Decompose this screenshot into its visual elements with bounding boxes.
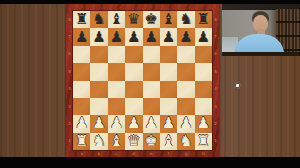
piece-white-rook: ♜ (197, 133, 210, 148)
square-h4[interactable] (195, 81, 212, 98)
coordinate-label: 6 (67, 46, 72, 63)
square-h2[interactable]: ♟ (195, 115, 212, 132)
square-c8[interactable]: ♝ (108, 11, 125, 28)
square-c7[interactable]: ♟ (108, 28, 125, 45)
letterbox-top (0, 0, 300, 4)
square-h6[interactable] (195, 46, 212, 63)
square-b1[interactable]: ♞ (90, 133, 107, 150)
piece-white-pawn: ♟ (127, 116, 140, 131)
coordinate-label: g (177, 151, 194, 156)
chess-board-frame: 87654321 87654321 abcdefgh ♜♞♝♛♚♝♞♜♟♟♟♟♟… (66, 4, 219, 157)
piece-white-bishop: ♝ (162, 133, 175, 148)
square-f7[interactable]: ♟ (160, 28, 177, 45)
webcam-desk-edge (222, 52, 300, 56)
square-a1[interactable]: ♜ (73, 133, 90, 150)
coordinate-label: f (160, 151, 177, 156)
video-frame: 87654321 87654321 abcdefgh ♜♞♝♛♚♝♞♜♟♟♟♟♟… (0, 0, 300, 168)
chess-board[interactable]: ♜♞♝♛♚♝♞♜♟♟♟♟♟♟♟♟♟♟♟♟♟♟♟♟♜♞♝♛♚♝♞♜ (73, 11, 212, 150)
piece-black-pawn: ♟ (179, 29, 192, 44)
piece-black-bishop: ♝ (162, 12, 175, 27)
piece-white-pawn: ♟ (162, 116, 175, 131)
square-b2[interactable]: ♟ (90, 115, 107, 132)
square-b8[interactable]: ♞ (90, 11, 107, 28)
coordinate-label: 3 (67, 98, 72, 115)
letterbox-bottom (0, 157, 300, 168)
square-d5[interactable] (125, 63, 142, 80)
square-f1[interactable]: ♝ (160, 133, 177, 150)
square-d7[interactable]: ♟ (125, 28, 142, 45)
square-a2[interactable]: ♟ (73, 115, 90, 132)
coordinate-label: 8 (213, 11, 218, 28)
square-h5[interactable] (195, 63, 212, 80)
piece-white-rook: ♜ (75, 133, 88, 148)
square-d4[interactable] (125, 81, 142, 98)
piece-white-queen: ♛ (127, 133, 140, 148)
piece-black-pawn: ♟ (92, 29, 105, 44)
rank-labels-right: 87654321 (213, 11, 218, 150)
coordinate-label: a (73, 151, 90, 156)
coordinate-label: 4 (213, 81, 218, 98)
square-h3[interactable] (195, 98, 212, 115)
coordinate-label: 2 (213, 115, 218, 132)
square-f5[interactable] (160, 63, 177, 80)
square-e3[interactable] (143, 98, 160, 115)
coordinate-label: 4 (67, 81, 72, 98)
piece-white-pawn: ♟ (92, 116, 105, 131)
piece-white-pawn: ♟ (144, 116, 157, 131)
piece-white-bishop: ♝ (110, 133, 123, 148)
square-d3[interactable] (125, 98, 142, 115)
square-f2[interactable]: ♟ (160, 115, 177, 132)
coordinate-label: 5 (213, 63, 218, 80)
coordinate-label: 3 (213, 98, 218, 115)
square-a3[interactable] (73, 98, 90, 115)
coordinate-label: 6 (213, 46, 218, 63)
piece-black-king: ♚ (144, 12, 157, 27)
coordinate-label: d (125, 151, 142, 156)
square-c5[interactable] (108, 63, 125, 80)
piece-black-knight: ♞ (92, 12, 105, 27)
piece-white-pawn: ♟ (179, 116, 192, 131)
square-f6[interactable] (160, 46, 177, 63)
square-d6[interactable] (125, 46, 142, 63)
coordinate-label: h (195, 151, 212, 156)
coordinate-label: 1 (213, 133, 218, 150)
piece-black-pawn: ♟ (127, 29, 140, 44)
square-a7[interactable]: ♟ (73, 28, 90, 45)
coordinate-label: 5 (67, 63, 72, 80)
square-d8[interactable]: ♛ (125, 11, 142, 28)
coordinate-label: c (108, 151, 125, 156)
square-f3[interactable] (160, 98, 177, 115)
square-e4[interactable] (143, 81, 160, 98)
square-c6[interactable] (108, 46, 125, 63)
square-h1[interactable]: ♜ (195, 133, 212, 150)
coordinate-label: b (90, 151, 107, 156)
square-a8[interactable]: ♜ (73, 11, 90, 28)
piece-white-pawn: ♟ (110, 116, 123, 131)
square-g3[interactable] (177, 98, 194, 115)
piece-white-knight: ♞ (92, 133, 105, 148)
square-b7[interactable]: ♟ (90, 28, 107, 45)
square-a5[interactable] (73, 63, 90, 80)
square-h8[interactable]: ♜ (195, 11, 212, 28)
square-g4[interactable] (177, 81, 194, 98)
square-c2[interactable]: ♟ (108, 115, 125, 132)
square-e5[interactable] (143, 63, 160, 80)
piece-black-pawn: ♟ (197, 29, 210, 44)
piece-black-rook: ♜ (75, 12, 88, 27)
square-e6[interactable] (143, 46, 160, 63)
square-c3[interactable] (108, 98, 125, 115)
square-g8[interactable]: ♞ (177, 11, 194, 28)
square-e7[interactable]: ♟ (143, 28, 160, 45)
coordinate-label: e (143, 151, 160, 156)
piece-black-pawn: ♟ (162, 29, 175, 44)
square-f8[interactable]: ♝ (160, 11, 177, 28)
piece-black-pawn: ♟ (75, 29, 88, 44)
square-h7[interactable]: ♟ (195, 28, 212, 45)
coordinate-label: 1 (67, 133, 72, 150)
piece-white-pawn: ♟ (197, 116, 210, 131)
square-b3[interactable] (90, 98, 107, 115)
square-e2[interactable]: ♟ (143, 115, 160, 132)
square-d2[interactable]: ♟ (125, 115, 142, 132)
coordinate-label: 8 (67, 11, 72, 28)
coordinate-label: 7 (213, 28, 218, 45)
piece-white-knight: ♞ (179, 133, 192, 148)
piece-white-pawn: ♟ (75, 116, 88, 131)
square-g1[interactable]: ♞ (177, 133, 194, 150)
square-b5[interactable] (90, 63, 107, 80)
square-a4[interactable] (73, 81, 90, 98)
square-e1[interactable]: ♚ (143, 133, 160, 150)
piece-black-bishop: ♝ (110, 12, 123, 27)
square-f4[interactable] (160, 81, 177, 98)
square-b6[interactable] (90, 46, 107, 63)
piece-black-pawn: ♟ (110, 29, 123, 44)
piece-black-rook: ♜ (197, 12, 210, 27)
piece-white-king: ♚ (144, 133, 157, 148)
square-g6[interactable] (177, 46, 194, 63)
rank-labels-left: 87654321 (67, 11, 72, 150)
square-d1[interactable]: ♛ (125, 133, 142, 150)
piece-black-queen: ♛ (127, 12, 140, 27)
square-g5[interactable] (177, 63, 194, 80)
square-e8[interactable]: ♚ (143, 11, 160, 28)
square-b4[interactable] (90, 81, 107, 98)
coordinate-label: 2 (67, 115, 72, 132)
webcam-overlay (222, 4, 300, 56)
square-g7[interactable]: ♟ (177, 28, 194, 45)
coordinate-label: 7 (67, 28, 72, 45)
file-labels-bottom: abcdefgh (73, 151, 212, 156)
square-g2[interactable]: ♟ (177, 115, 194, 132)
square-a6[interactable] (73, 46, 90, 63)
piece-black-knight: ♞ (179, 12, 192, 27)
square-c4[interactable] (108, 81, 125, 98)
square-c1[interactable]: ♝ (108, 133, 125, 150)
piece-black-pawn: ♟ (144, 29, 157, 44)
